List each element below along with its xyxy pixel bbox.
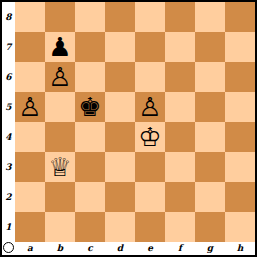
square-b1[interactable]: [45, 212, 75, 242]
square-f4[interactable]: [165, 122, 195, 152]
square-e2[interactable]: [135, 182, 165, 212]
square-a5[interactable]: ♙: [15, 92, 45, 122]
white-pawn[interactable]: ♙: [18, 92, 41, 122]
square-g5[interactable]: [195, 92, 225, 122]
rank-label-6: 6: [2, 62, 15, 92]
white-king[interactable]: ♔: [138, 122, 161, 152]
square-h3[interactable]: [225, 152, 255, 182]
white-queen[interactable]: ♕: [48, 152, 71, 182]
square-g3[interactable]: [195, 152, 225, 182]
square-d2[interactable]: [105, 182, 135, 212]
square-e3[interactable]: [135, 152, 165, 182]
rank-label-7: 7: [2, 32, 15, 62]
square-f8[interactable]: [165, 2, 195, 32]
white-pawn[interactable]: ♙: [138, 92, 161, 122]
square-h1[interactable]: [225, 212, 255, 242]
rank-labels: 87654321: [2, 2, 15, 242]
file-label-d: d: [105, 240, 135, 255]
rank-label-1: 1: [2, 212, 15, 242]
square-g2[interactable]: [195, 182, 225, 212]
square-f3[interactable]: [165, 152, 195, 182]
square-h7[interactable]: [225, 32, 255, 62]
square-c2[interactable]: [75, 182, 105, 212]
black-king[interactable]: ♚: [78, 92, 101, 122]
square-g4[interactable]: [195, 122, 225, 152]
square-c3[interactable]: [75, 152, 105, 182]
file-labels: abcdefgh: [15, 242, 255, 255]
square-f2[interactable]: [165, 182, 195, 212]
square-c8[interactable]: [75, 2, 105, 32]
square-d6[interactable]: [105, 62, 135, 92]
square-a7[interactable]: [15, 32, 45, 62]
square-g7[interactable]: [195, 32, 225, 62]
square-g1[interactable]: [195, 212, 225, 242]
square-e4[interactable]: ♔: [135, 122, 165, 152]
square-a8[interactable]: [15, 2, 45, 32]
square-b5[interactable]: [45, 92, 75, 122]
rank-label-4: 4: [2, 122, 15, 152]
square-c1[interactable]: [75, 212, 105, 242]
square-b3[interactable]: ♕: [45, 152, 75, 182]
square-a6[interactable]: [15, 62, 45, 92]
file-label-g: g: [195, 240, 225, 255]
rank-label-3: 3: [2, 152, 15, 182]
square-f1[interactable]: [165, 212, 195, 242]
square-c7[interactable]: [75, 32, 105, 62]
file-label-b: b: [45, 240, 75, 255]
square-h6[interactable]: [225, 62, 255, 92]
square-c4[interactable]: [75, 122, 105, 152]
square-d1[interactable]: [105, 212, 135, 242]
black-pawn[interactable]: ♟: [48, 32, 71, 62]
file-label-e: e: [135, 240, 165, 255]
chess-board: ♟♙♙♚♙♔♕: [15, 2, 255, 242]
square-b4[interactable]: [45, 122, 75, 152]
square-a1[interactable]: [15, 212, 45, 242]
square-b8[interactable]: [45, 2, 75, 32]
square-e6[interactable]: [135, 62, 165, 92]
rank-label-8: 8: [2, 2, 15, 32]
file-label-c: c: [75, 240, 105, 255]
square-d4[interactable]: [105, 122, 135, 152]
square-f6[interactable]: [165, 62, 195, 92]
square-a2[interactable]: [15, 182, 45, 212]
square-d8[interactable]: [105, 2, 135, 32]
file-label-a: a: [15, 240, 45, 255]
square-d5[interactable]: [105, 92, 135, 122]
square-e8[interactable]: [135, 2, 165, 32]
square-d7[interactable]: [105, 32, 135, 62]
square-d3[interactable]: [105, 152, 135, 182]
square-g8[interactable]: [195, 2, 225, 32]
square-f7[interactable]: [165, 32, 195, 62]
white-pawn[interactable]: ♙: [48, 62, 71, 92]
square-b2[interactable]: [45, 182, 75, 212]
square-a4[interactable]: [15, 122, 45, 152]
square-e5[interactable]: ♙: [135, 92, 165, 122]
square-e1[interactable]: [135, 212, 165, 242]
square-b6[interactable]: ♙: [45, 62, 75, 92]
square-g6[interactable]: [195, 62, 225, 92]
move-indicator-area: [2, 242, 15, 255]
square-c6[interactable]: [75, 62, 105, 92]
file-label-f: f: [165, 240, 195, 255]
square-h5[interactable]: [225, 92, 255, 122]
square-h4[interactable]: [225, 122, 255, 152]
rank-label-5: 5: [2, 92, 15, 122]
square-h8[interactable]: [225, 2, 255, 32]
square-a3[interactable]: [15, 152, 45, 182]
square-f5[interactable]: [165, 92, 195, 122]
square-c5[interactable]: ♚: [75, 92, 105, 122]
square-e7[interactable]: [135, 32, 165, 62]
rank-label-2: 2: [2, 182, 15, 212]
white-to-move-icon: [3, 242, 14, 253]
chess-diagram: 87654321 ♟♙♙♚♙♔♕ abcdefgh: [0, 0, 257, 257]
file-label-h: h: [225, 240, 255, 255]
square-b7[interactable]: ♟: [45, 32, 75, 62]
square-h2[interactable]: [225, 182, 255, 212]
